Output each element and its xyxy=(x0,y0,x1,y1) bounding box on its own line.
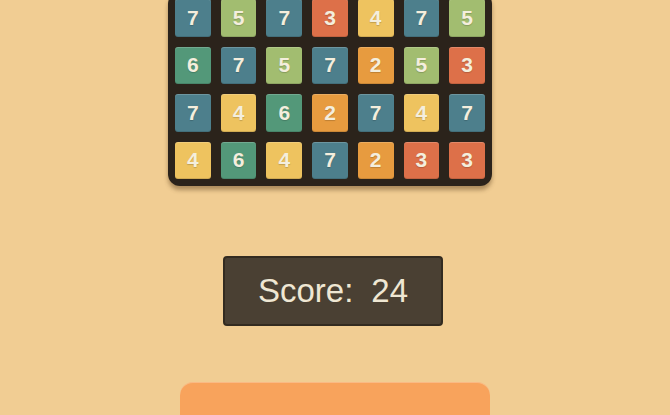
tile-r4c3[interactable]: 4 xyxy=(266,142,302,180)
tile-r4c4[interactable]: 7 xyxy=(312,142,348,180)
tile-r4c6[interactable]: 3 xyxy=(404,142,440,180)
tile-r3c6[interactable]: 4 xyxy=(404,94,440,132)
tile-r3c5[interactable]: 7 xyxy=(358,94,394,132)
tile-r4c5[interactable]: 2 xyxy=(358,142,394,180)
tile-r4c2[interactable]: 6 xyxy=(221,142,257,180)
tile-r2c2[interactable]: 7 xyxy=(221,47,257,85)
tile-r3c1[interactable]: 7 xyxy=(175,94,211,132)
tile-r3c3[interactable]: 6 xyxy=(266,94,302,132)
tile-r4c1[interactable]: 4 xyxy=(175,142,211,180)
tile-r4c7[interactable]: 3 xyxy=(449,142,485,180)
tile-r1c4[interactable]: 3 xyxy=(312,0,348,37)
tile-r3c2[interactable]: 4 xyxy=(221,94,257,132)
score-panel: Score: 24 xyxy=(223,256,443,326)
tile-r3c7[interactable]: 7 xyxy=(449,94,485,132)
score-value: 24 xyxy=(371,272,408,310)
tile-r1c1[interactable]: 7 xyxy=(175,0,211,37)
tile-r1c3[interactable]: 7 xyxy=(266,0,302,37)
score-label: Score: xyxy=(258,272,353,310)
tile-r1c5[interactable]: 4 xyxy=(358,0,394,37)
tile-r1c6[interactable]: 7 xyxy=(404,0,440,37)
tile-r1c7[interactable]: 5 xyxy=(449,0,485,37)
tile-r2c1[interactable]: 6 xyxy=(175,47,211,85)
tile-r2c7[interactable]: 3 xyxy=(449,47,485,85)
tile-r2c4[interactable]: 7 xyxy=(312,47,348,85)
tile-r3c4[interactable]: 2 xyxy=(312,94,348,132)
game-board-grid: 7573475675725374627474647233 xyxy=(175,0,485,179)
tile-r1c2[interactable]: 5 xyxy=(221,0,257,37)
tile-r2c3[interactable]: 5 xyxy=(266,47,302,85)
tile-r2c6[interactable]: 5 xyxy=(404,47,440,85)
bottom-button[interactable] xyxy=(180,382,490,415)
game-board: 7573475675725374627474647233 xyxy=(168,0,492,186)
tile-r2c5[interactable]: 2 xyxy=(358,47,394,85)
